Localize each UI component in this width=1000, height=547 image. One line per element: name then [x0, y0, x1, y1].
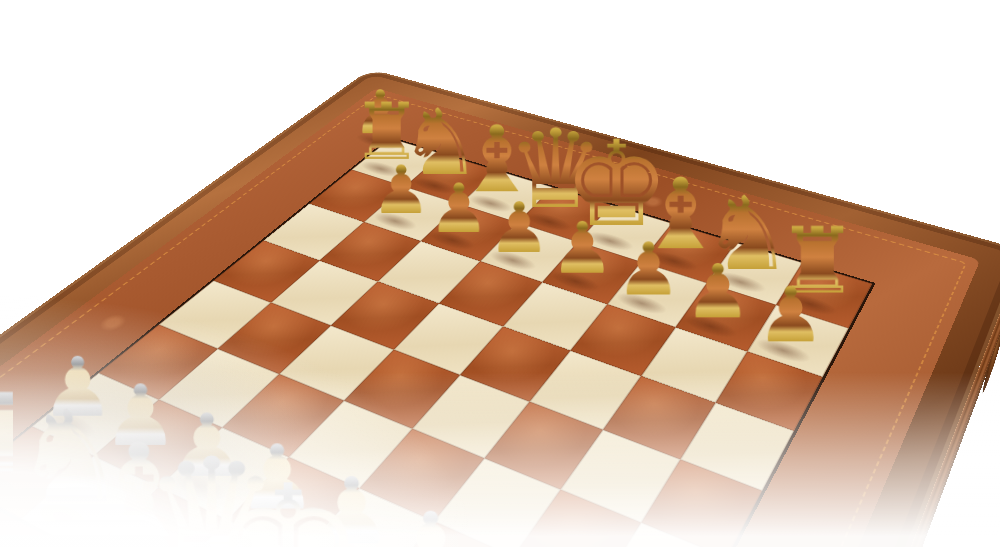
product-photo-scene: ♜♞♝♛♚♝♞♜♟♟♟♟♟♟♟♟♟♟♟♟♟♟♟♜♞♝♛♚♝♞♜ ♟ [0, 0, 1000, 547]
piece-silver-pawn-g2[interactable]: ♟ [432, 536, 599, 547]
case-top-frame: ♜♞♝♛♚♝♞♜♟♟♟♟♟♟♟♟♟♟♟♟♟♟♟♜♞♝♛♚♝♞♜ ♟ [0, 69, 1000, 547]
piece-gold-pawn-h7[interactable]: ♟ [726, 277, 856, 353]
square-h5[interactable] [680, 403, 794, 491]
chess-case: ♜♞♝♛♚♝♞♜♟♟♟♟♟♟♟♟♟♟♟♟♟♟♟♜♞♝♛♚♝♞♜ ♟ [0, 69, 1000, 547]
square-h7[interactable]: ♟ [747, 305, 848, 377]
piece-silver-bishop-f1[interactable]: ♝ [284, 532, 456, 547]
burl-border: ♜♞♝♛♚♝♞♜♟♟♟♟♟♟♟♟♟♟♟♟♟♟♟♜♞♝♛♚♝♞♜ ♟ [0, 88, 980, 547]
chess-board: ♜♞♝♛♚♝♞♜♟♟♟♟♟♟♟♟♟♟♟♟♟♟♟♜♞♝♛♚♝♞♜ [0, 137, 876, 547]
